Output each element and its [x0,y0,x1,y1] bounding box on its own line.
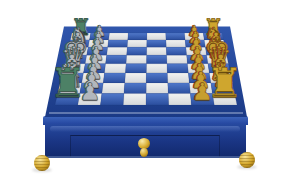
chess-piece-white-p: ♟ [89,37,105,55]
chess-piece-white-p: ♟ [81,70,101,93]
chess-piece-black-p: ♟ [188,24,201,39]
chess-piece-white-k: ♚ [63,34,89,63]
chess-piece-white-q: ♛ [61,43,87,72]
chess-piece-black-p: ♟ [189,52,207,72]
chess-piece-black-q: ♛ [206,43,232,72]
chess-piece-black-n: ♞ [205,24,225,46]
chess-piece-black-p: ♟ [191,70,211,93]
chess-set-photo: ♜♟♟♜♞♟♟♞♝♟♟♝♚♟♟♚♛♟♟♛♝♟♟♝♞♟♟♞♜♟♟♜ [0,0,290,176]
chess-piece-black-p: ♟ [189,44,206,63]
pieces-layer: ♜♟♟♜♞♟♟♞♝♟♟♝♚♟♟♚♛♟♟♛♝♟♟♝♞♟♟♞♜♟♟♜ [0,0,290,176]
chess-piece-black-p: ♟ [188,37,204,55]
chess-piece-black-r: ♜ [203,16,224,39]
chess-piece-black-b: ♝ [205,30,227,54]
chess-piece-black-b: ♝ [207,51,235,82]
chess-piece-white-p: ♟ [84,60,103,82]
chess-piece-black-p: ♟ [191,80,213,104]
chess-piece-white-n: ♞ [55,59,85,92]
chess-piece-white-p: ♟ [91,30,106,46]
chess-piece-black-k: ♚ [205,34,231,63]
chess-piece-white-b: ♝ [67,30,89,54]
chess-piece-white-p: ♟ [88,44,105,63]
chess-piece-white-p: ♟ [86,52,104,72]
chess-piece-white-n: ♞ [69,24,89,46]
chess-piece-white-p: ♟ [79,80,101,104]
chess-piece-white-r: ♜ [49,63,85,104]
chess-piece-black-r: ♜ [206,63,242,104]
chess-piece-black-n: ♞ [208,59,238,92]
chess-piece-white-p: ♟ [93,24,106,39]
chess-piece-black-p: ♟ [190,60,209,82]
chess-piece-white-r: ♜ [70,16,91,39]
chess-piece-black-p: ♟ [188,30,203,46]
chess-piece-white-b: ♝ [58,51,86,82]
